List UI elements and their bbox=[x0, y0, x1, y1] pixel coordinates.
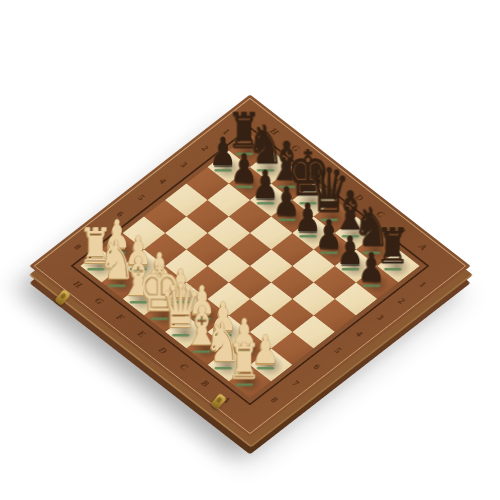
pieces-layer: ♜♞♝♛♚♝♞♜♟♟♟♟♟♟♟♟♟♟♟♟♟♟♟♟♜♞♝♛♚♝♞♜ bbox=[29, 95, 470, 438]
piece-white-rook: ♜ bbox=[228, 300, 260, 385]
chess-board: 11HH22GG33FF44EE55DD66CC77BB88AA ♜♞♝♛♚♝♞… bbox=[29, 95, 470, 438]
piece-black-pawn: ♟ bbox=[355, 201, 387, 286]
product-photo-scene: 11HH22GG33FF44EE55DD66CC77BB88AA ♜♞♝♛♚♝♞… bbox=[0, 0, 500, 500]
